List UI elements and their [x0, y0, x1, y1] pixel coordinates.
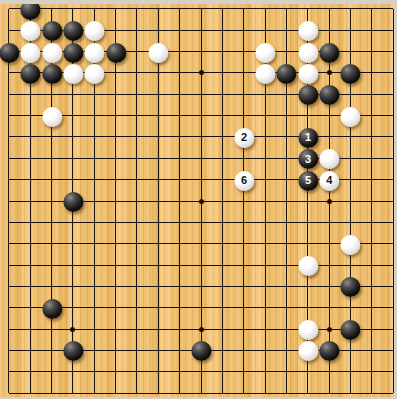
board-intersection[interactable] [0, 382, 20, 397]
board-intersection[interactable] [84, 84, 105, 105]
board-intersection[interactable] [105, 297, 126, 318]
board-intersection[interactable] [276, 254, 297, 275]
board-intersection[interactable] [382, 276, 394, 297]
board-intersection[interactable] [126, 212, 147, 233]
board-intersection[interactable] [126, 41, 147, 62]
board-intersection[interactable] [318, 382, 339, 397]
board-intersection[interactable] [361, 84, 382, 105]
board-intersection[interactable] [20, 318, 41, 339]
board-intersection[interactable] [233, 190, 254, 211]
board-intersection[interactable] [62, 190, 83, 211]
board-intersection[interactable] [276, 212, 297, 233]
board-intersection[interactable] [382, 126, 394, 147]
board-intersection[interactable] [276, 105, 297, 126]
board-intersection[interactable] [190, 148, 211, 169]
board-intersection[interactable] [41, 233, 62, 254]
board-intersection[interactable] [169, 169, 190, 190]
board-intersection[interactable] [0, 169, 20, 190]
board-intersection[interactable] [148, 126, 169, 147]
board-intersection[interactable] [62, 148, 83, 169]
board-intersection[interactable] [340, 318, 361, 339]
board-intersection[interactable] [126, 20, 147, 41]
board-intersection[interactable] [297, 233, 318, 254]
board-intersection[interactable] [276, 20, 297, 41]
board-intersection[interactable] [212, 254, 233, 275]
board-intersection[interactable] [212, 126, 233, 147]
board-intersection[interactable] [126, 62, 147, 83]
board-intersection[interactable] [318, 20, 339, 41]
board-intersection[interactable] [62, 169, 83, 190]
board-intersection[interactable] [254, 382, 275, 397]
board-intersection[interactable] [190, 84, 211, 105]
board-intersection[interactable] [148, 340, 169, 361]
board-intersection[interactable] [0, 4, 20, 20]
board-intersection[interactable] [233, 382, 254, 397]
board-intersection[interactable] [318, 62, 339, 83]
board-intersection[interactable] [105, 340, 126, 361]
board-intersection[interactable] [212, 84, 233, 105]
board-intersection[interactable] [340, 84, 361, 105]
board-intersection[interactable] [41, 318, 62, 339]
board-intersection[interactable] [233, 62, 254, 83]
board-intersection[interactable] [0, 105, 20, 126]
board-intersection[interactable] [382, 84, 394, 105]
board-intersection[interactable] [126, 4, 147, 20]
board-intersection[interactable] [254, 105, 275, 126]
board-intersection[interactable] [84, 4, 105, 20]
board-intersection[interactable] [41, 297, 62, 318]
board-intersection[interactable] [84, 233, 105, 254]
board-intersection[interactable] [169, 318, 190, 339]
board-intersection[interactable] [276, 297, 297, 318]
board-intersection[interactable] [212, 297, 233, 318]
board-intersection[interactable] [212, 169, 233, 190]
board-intersection[interactable] [361, 318, 382, 339]
board-intersection[interactable] [318, 41, 339, 62]
board-intersection[interactable] [105, 105, 126, 126]
board-intersection[interactable] [126, 84, 147, 105]
board-intersection[interactable] [318, 276, 339, 297]
board-intersection[interactable] [318, 340, 339, 361]
board-intersection[interactable] [276, 318, 297, 339]
board-intersection[interactable] [41, 361, 62, 382]
board-intersection[interactable] [62, 212, 83, 233]
board-intersection[interactable] [169, 212, 190, 233]
board-intersection[interactable] [62, 84, 83, 105]
board-intersection[interactable] [41, 148, 62, 169]
board-intersection[interactable] [190, 276, 211, 297]
board-intersection[interactable] [212, 190, 233, 211]
board-intersection[interactable] [297, 4, 318, 20]
board-intersection[interactable] [233, 212, 254, 233]
board-intersection[interactable] [297, 254, 318, 275]
board-intersection[interactable] [361, 276, 382, 297]
board-intersection[interactable] [361, 340, 382, 361]
board-intersection[interactable] [41, 382, 62, 397]
board-intersection[interactable] [105, 84, 126, 105]
board-intersection[interactable] [276, 340, 297, 361]
board-intersection[interactable] [126, 169, 147, 190]
board-intersection[interactable] [62, 276, 83, 297]
board-intersection[interactable] [20, 190, 41, 211]
board-intersection[interactable] [382, 382, 394, 397]
board-intersection[interactable] [126, 382, 147, 397]
board-intersection[interactable] [361, 169, 382, 190]
board-intersection[interactable] [105, 318, 126, 339]
board-intersection[interactable] [148, 148, 169, 169]
board-intersection[interactable] [212, 41, 233, 62]
board-intersection[interactable] [254, 84, 275, 105]
board-intersection[interactable] [361, 382, 382, 397]
board-intersection[interactable] [361, 233, 382, 254]
board-intersection[interactable] [105, 254, 126, 275]
board-intersection[interactable] [233, 84, 254, 105]
board-intersection[interactable] [254, 190, 275, 211]
board-intersection[interactable] [41, 20, 62, 41]
board-intersection[interactable] [340, 169, 361, 190]
board-intersection[interactable] [84, 382, 105, 397]
board-intersection[interactable] [126, 340, 147, 361]
board-intersection[interactable] [84, 276, 105, 297]
board-intersection[interactable] [361, 20, 382, 41]
board-intersection[interactable] [105, 4, 126, 20]
board-intersection[interactable] [169, 340, 190, 361]
board-intersection[interactable] [20, 233, 41, 254]
board-intersection[interactable] [297, 382, 318, 397]
board-intersection[interactable] [0, 318, 20, 339]
board-intersection[interactable] [297, 212, 318, 233]
board-intersection[interactable] [190, 169, 211, 190]
board-intersection[interactable] [148, 382, 169, 397]
board-intersection[interactable] [382, 212, 394, 233]
board-intersection[interactable] [276, 62, 297, 83]
board-intersection[interactable] [382, 361, 394, 382]
board-intersection[interactable] [41, 126, 62, 147]
board-intersection[interactable] [62, 126, 83, 147]
board-intersection[interactable]: 4 [318, 169, 339, 190]
board-intersection[interactable] [126, 254, 147, 275]
board-intersection[interactable] [254, 148, 275, 169]
board-intersection[interactable] [254, 318, 275, 339]
board-intersection[interactable] [233, 20, 254, 41]
board-intersection[interactable] [276, 41, 297, 62]
board-intersection[interactable] [169, 4, 190, 20]
board-intersection[interactable] [254, 4, 275, 20]
board-intersection[interactable] [212, 318, 233, 339]
board-intersection[interactable] [62, 382, 83, 397]
board-intersection[interactable] [340, 212, 361, 233]
board-intersection[interactable] [0, 233, 20, 254]
board-intersection[interactable] [148, 41, 169, 62]
board-intersection[interactable] [340, 41, 361, 62]
board-intersection[interactable] [148, 169, 169, 190]
board-intersection[interactable] [41, 190, 62, 211]
board-intersection[interactable] [340, 297, 361, 318]
board-intersection[interactable] [62, 318, 83, 339]
board-intersection[interactable] [276, 190, 297, 211]
board-intersection[interactable] [212, 20, 233, 41]
board-intersection[interactable] [361, 297, 382, 318]
board-intersection[interactable] [20, 126, 41, 147]
board-intersection[interactable] [340, 62, 361, 83]
board-intersection[interactable] [233, 318, 254, 339]
board-intersection[interactable] [190, 340, 211, 361]
board-intersection[interactable] [340, 105, 361, 126]
board-intersection[interactable] [382, 340, 394, 361]
board-intersection[interactable] [318, 126, 339, 147]
board-intersection[interactable] [105, 169, 126, 190]
board-intersection[interactable] [126, 233, 147, 254]
board-intersection[interactable] [0, 126, 20, 147]
board-intersection[interactable] [169, 148, 190, 169]
board-intersection[interactable] [233, 276, 254, 297]
board-intersection[interactable] [105, 62, 126, 83]
board-intersection[interactable] [254, 276, 275, 297]
board-intersection[interactable] [382, 4, 394, 20]
board-intersection[interactable] [169, 382, 190, 397]
board-intersection[interactable] [41, 84, 62, 105]
board-intersection[interactable] [105, 361, 126, 382]
board-intersection[interactable] [276, 4, 297, 20]
board-intersection[interactable] [190, 297, 211, 318]
board-intersection[interactable] [169, 254, 190, 275]
board-intersection[interactable] [276, 361, 297, 382]
board-intersection[interactable] [318, 4, 339, 20]
board-intersection[interactable] [0, 20, 20, 41]
board-intersection[interactable] [340, 190, 361, 211]
board-intersection[interactable] [190, 361, 211, 382]
board-intersection[interactable] [212, 361, 233, 382]
board-intersection[interactable] [190, 41, 211, 62]
board-intersection[interactable] [318, 105, 339, 126]
board-intersection[interactable] [361, 254, 382, 275]
board-intersection[interactable] [148, 4, 169, 20]
board-intersection[interactable] [84, 62, 105, 83]
board-intersection[interactable] [41, 254, 62, 275]
board-intersection[interactable] [20, 254, 41, 275]
board-intersection[interactable] [276, 84, 297, 105]
board-intersection[interactable] [20, 84, 41, 105]
board-intersection[interactable] [254, 212, 275, 233]
board-intersection[interactable] [361, 212, 382, 233]
board-intersection[interactable] [105, 190, 126, 211]
board-intersection[interactable] [84, 41, 105, 62]
board-intersection[interactable] [0, 361, 20, 382]
board-intersection[interactable] [41, 4, 62, 20]
board-intersection[interactable] [62, 297, 83, 318]
board-intersection[interactable] [84, 254, 105, 275]
board-intersection[interactable] [382, 20, 394, 41]
board-intersection[interactable] [169, 62, 190, 83]
board-intersection[interactable] [233, 148, 254, 169]
board-intersection[interactable] [62, 105, 83, 126]
board-intersection[interactable] [361, 190, 382, 211]
board-intersection[interactable] [105, 382, 126, 397]
board-intersection[interactable] [297, 361, 318, 382]
board-intersection[interactable] [84, 340, 105, 361]
board-intersection[interactable] [41, 340, 62, 361]
board-intersection[interactable]: 5 [297, 169, 318, 190]
board-intersection[interactable] [20, 169, 41, 190]
board-intersection[interactable] [126, 105, 147, 126]
board-intersection[interactable] [105, 212, 126, 233]
board-intersection[interactable] [212, 382, 233, 397]
board-intersection[interactable] [382, 169, 394, 190]
board-intersection[interactable] [20, 20, 41, 41]
board-intersection[interactable] [190, 233, 211, 254]
board-intersection[interactable] [297, 41, 318, 62]
board-intersection[interactable] [105, 148, 126, 169]
board-intersection[interactable] [361, 148, 382, 169]
board-intersection[interactable] [105, 20, 126, 41]
board-intersection[interactable]: 6 [233, 169, 254, 190]
board-intersection[interactable] [276, 382, 297, 397]
board-intersection[interactable] [62, 41, 83, 62]
board-intersection[interactable] [297, 340, 318, 361]
board-intersection[interactable] [254, 297, 275, 318]
board-intersection[interactable] [84, 20, 105, 41]
board-intersection[interactable] [20, 276, 41, 297]
board-intersection[interactable] [0, 297, 20, 318]
board-intersection[interactable] [20, 212, 41, 233]
board-intersection[interactable] [84, 169, 105, 190]
board-intersection[interactable] [148, 105, 169, 126]
board-intersection[interactable] [20, 382, 41, 397]
board-intersection[interactable] [41, 169, 62, 190]
board-intersection[interactable] [233, 340, 254, 361]
board-intersection[interactable] [169, 20, 190, 41]
board-intersection[interactable] [62, 361, 83, 382]
board-intersection[interactable] [126, 276, 147, 297]
board-intersection[interactable] [148, 190, 169, 211]
board-intersection[interactable] [190, 382, 211, 397]
board-intersection[interactable] [0, 41, 20, 62]
board-intersection[interactable] [340, 20, 361, 41]
board-intersection[interactable] [212, 4, 233, 20]
board-intersection[interactable] [297, 318, 318, 339]
board-intersection[interactable] [318, 148, 339, 169]
board-intersection[interactable] [0, 254, 20, 275]
board-intersection[interactable] [382, 190, 394, 211]
board-intersection[interactable] [84, 126, 105, 147]
board-intersection[interactable] [340, 361, 361, 382]
board-intersection[interactable] [254, 62, 275, 83]
board-intersection[interactable] [254, 254, 275, 275]
board-intersection[interactable] [340, 4, 361, 20]
board-intersection[interactable] [0, 190, 20, 211]
board-intersection[interactable] [62, 20, 83, 41]
board-intersection[interactable] [382, 254, 394, 275]
board-intersection[interactable] [212, 340, 233, 361]
board-intersection[interactable] [340, 382, 361, 397]
board-intersection[interactable] [233, 361, 254, 382]
board-intersection[interactable] [148, 212, 169, 233]
board-intersection[interactable] [190, 254, 211, 275]
board-intersection[interactable] [276, 276, 297, 297]
board-intersection[interactable] [254, 233, 275, 254]
board-intersection[interactable] [20, 361, 41, 382]
board-intersection[interactable] [84, 361, 105, 382]
board-intersection[interactable] [190, 20, 211, 41]
board-intersection[interactable] [169, 276, 190, 297]
board-intersection[interactable] [0, 340, 20, 361]
board-intersection[interactable] [190, 212, 211, 233]
board-intersection[interactable] [318, 361, 339, 382]
board-intersection[interactable] [148, 254, 169, 275]
board-intersection[interactable] [169, 361, 190, 382]
board-intersection[interactable] [297, 20, 318, 41]
board-intersection[interactable] [382, 318, 394, 339]
board-intersection[interactable] [190, 126, 211, 147]
board-intersection[interactable] [190, 62, 211, 83]
board-intersection[interactable] [297, 190, 318, 211]
board-intersection[interactable] [0, 276, 20, 297]
board-intersection[interactable] [105, 41, 126, 62]
board-intersection[interactable] [62, 4, 83, 20]
board-intersection[interactable] [318, 84, 339, 105]
board-intersection[interactable] [148, 297, 169, 318]
board-intersection[interactable] [276, 148, 297, 169]
board-intersection[interactable] [105, 126, 126, 147]
board-intersection[interactable] [254, 169, 275, 190]
board-intersection[interactable] [340, 148, 361, 169]
board-intersection[interactable] [276, 169, 297, 190]
board-intersection[interactable] [169, 105, 190, 126]
board-intersection[interactable] [0, 148, 20, 169]
board-intersection[interactable] [318, 190, 339, 211]
board-intersection[interactable] [148, 233, 169, 254]
board-intersection[interactable] [382, 41, 394, 62]
board-intersection[interactable] [340, 340, 361, 361]
board-intersection[interactable] [361, 62, 382, 83]
board-intersection[interactable] [169, 233, 190, 254]
board-intersection[interactable] [62, 340, 83, 361]
board-intersection[interactable] [254, 41, 275, 62]
board-intersection[interactable] [148, 361, 169, 382]
board-intersection[interactable] [41, 105, 62, 126]
board-intersection[interactable] [254, 126, 275, 147]
board-intersection[interactable] [126, 190, 147, 211]
board-intersection[interactable] [169, 41, 190, 62]
board-intersection[interactable] [382, 105, 394, 126]
board-intersection[interactable] [105, 276, 126, 297]
board-intersection[interactable] [361, 41, 382, 62]
board-intersection[interactable] [148, 62, 169, 83]
board-intersection[interactable] [297, 297, 318, 318]
board-intersection[interactable] [212, 62, 233, 83]
board-intersection[interactable] [233, 254, 254, 275]
board-intersection[interactable] [62, 254, 83, 275]
board-intersection[interactable] [297, 62, 318, 83]
board-intersection[interactable] [382, 297, 394, 318]
board-intersection[interactable] [0, 212, 20, 233]
board-intersection[interactable] [84, 212, 105, 233]
board-intersection[interactable] [41, 276, 62, 297]
board-intersection[interactable] [20, 41, 41, 62]
board-intersection[interactable] [0, 84, 20, 105]
board-intersection[interactable] [41, 62, 62, 83]
board-intersection[interactable] [340, 276, 361, 297]
board-intersection[interactable] [62, 233, 83, 254]
board-intersection[interactable] [254, 361, 275, 382]
board-intersection[interactable] [233, 41, 254, 62]
board-intersection[interactable] [62, 62, 83, 83]
board-intersection[interactable] [212, 276, 233, 297]
board-intersection[interactable] [84, 297, 105, 318]
board-intersection[interactable] [20, 4, 41, 20]
board-intersection[interactable] [254, 340, 275, 361]
board-intersection[interactable] [297, 84, 318, 105]
